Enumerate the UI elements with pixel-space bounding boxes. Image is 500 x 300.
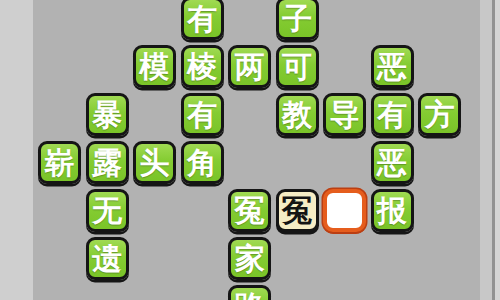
- board-tile: 教: [276, 93, 319, 136]
- board-tile: 露: [86, 141, 129, 184]
- board-tile: 报: [371, 189, 414, 232]
- board-tile: 崭: [38, 141, 81, 184]
- board-tile: 遗: [86, 237, 129, 280]
- letterbox-right-outer: [495, 0, 500, 300]
- board-tile: 可: [276, 45, 319, 88]
- board-tile: 家: [228, 237, 271, 280]
- board-tile: 路: [228, 285, 271, 300]
- board-tile: 棱: [181, 45, 224, 88]
- board-tile: 恶: [371, 45, 414, 88]
- letterbox-right: [480, 0, 492, 300]
- placed-tile[interactable]: 冤: [276, 189, 319, 232]
- board-tile: 导: [323, 93, 366, 136]
- board-tile: 模: [133, 45, 176, 88]
- board-tile: 方: [418, 93, 461, 136]
- letterbox-left: [0, 0, 33, 300]
- board-tile: 恶: [371, 141, 414, 184]
- empty-answer-slot[interactable]: [323, 189, 366, 232]
- board-tile: 两: [228, 45, 271, 88]
- board-tile: 有: [181, 93, 224, 136]
- board-tile: 子: [276, 0, 319, 40]
- idiom-crossword-board: 有子模棱两可恶暴有教导有方崭露头角恶无冤冤报遗家路: [38, 0, 461, 300]
- board-tile: 头: [133, 141, 176, 184]
- board-tile: 暴: [86, 93, 129, 136]
- board-tile: 有: [371, 93, 414, 136]
- board-tile: 冤: [228, 189, 271, 232]
- board-tile: 有: [181, 0, 224, 40]
- board-tile: 无: [86, 189, 129, 232]
- board-tile: 角: [181, 141, 224, 184]
